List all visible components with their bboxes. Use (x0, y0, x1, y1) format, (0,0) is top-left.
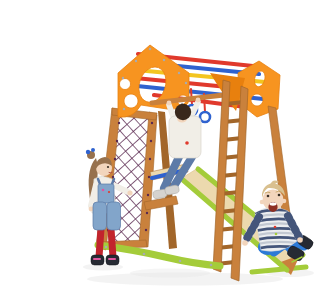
boy-sliding (242, 181, 314, 263)
girl-shoe-accent (93, 258, 101, 260)
girl-hand (127, 190, 132, 195)
boy-ear (282, 199, 287, 204)
boy-ear (260, 200, 265, 205)
boy-teeth (270, 202, 277, 205)
ladder (213, 80, 248, 281)
boy-button (274, 226, 277, 229)
girl-overall-print (102, 189, 105, 192)
boy-hand (297, 237, 303, 243)
boy-hand (242, 240, 248, 246)
girl-hair-tie (91, 148, 95, 152)
ladder-right-rail (231, 86, 248, 281)
climber-sweater-logo (185, 141, 189, 145)
girl-mouth (109, 173, 112, 174)
girl-overall-short (93, 202, 107, 230)
boy-eye (267, 195, 270, 198)
product-photo (40, 16, 320, 290)
blue-ring (200, 112, 210, 122)
girl-eye (107, 166, 109, 168)
girl-overall-short (107, 202, 121, 230)
girl-shoe-accent (108, 258, 116, 260)
boy-eye (278, 194, 281, 197)
play-gym-scene (40, 16, 320, 290)
climber-hand (167, 101, 172, 106)
girl-hair-tie (86, 150, 90, 154)
girl-left-legging (99, 229, 101, 257)
climber-hair (175, 104, 191, 120)
boy-button (275, 233, 278, 236)
girl-overall-print (108, 191, 110, 193)
climber-hand (196, 98, 201, 103)
climber-sweater (169, 116, 201, 158)
girl-overall-bib (98, 184, 114, 203)
girl-right-legging (111, 229, 113, 257)
